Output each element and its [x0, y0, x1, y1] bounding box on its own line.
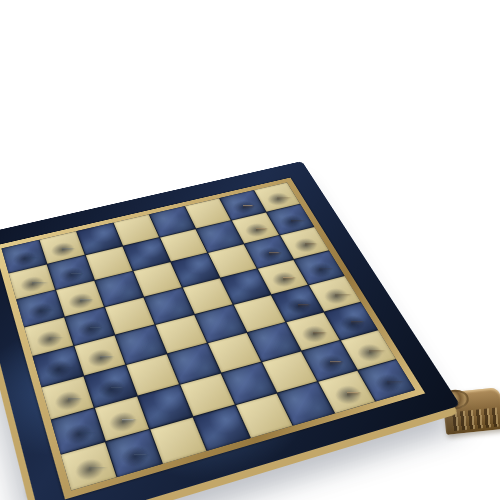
square-h8: ♜: [358, 360, 415, 402]
board-gold-frame: ♜♟♟♜♞♟♟♞♝♟♟♝♛♟♟♛♚♟♟♚♝♟♟♝♞♟♟♞♜♟♟♜: [0, 178, 425, 500]
product-photo: ♜♟♟♜♞♟♟♞♝♟♟♝♛♟♟♛♚♟♟♚♝♟♟♝♞♟♟♞♜♟♟♜: [0, 0, 500, 500]
board-grid: ♜♟♟♜♞♟♟♞♝♟♟♝♛♟♟♛♚♟♟♚♝♟♟♝♞♟♟♞♜♟♟♜: [2, 182, 416, 490]
chess-board: ♜♟♟♜♞♟♟♞♝♟♟♝♛♟♟♛♚♟♟♚♝♟♟♝♞♟♟♞♜♟♟♜: [0, 161, 460, 500]
board-border: ♜♟♟♜♞♟♟♞♝♟♟♝♛♟♟♛♚♟♟♚♝♟♟♝♞♟♟♞♜♟♟♜: [0, 161, 460, 500]
square-h1: ♜: [61, 442, 117, 490]
scene: ♜♟♟♜♞♟♟♞♝♟♟♝♛♟♟♛♚♟♟♚♝♟♟♝♞♟♟♞♜♟♟♜: [0, 0, 500, 500]
